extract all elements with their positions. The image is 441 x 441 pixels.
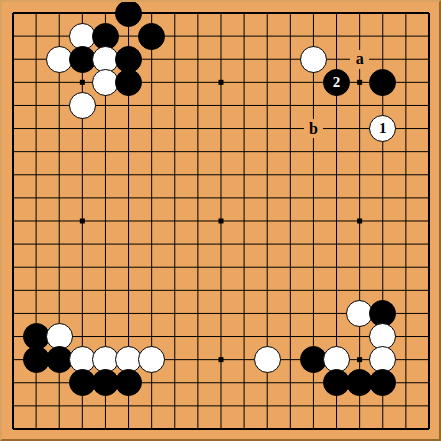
stone-white-R14: 1 (369, 115, 396, 142)
stone-white-D15 (69, 92, 96, 119)
point-label-b: b (304, 119, 323, 138)
stone-black-F3 (115, 369, 142, 396)
point-label-a: a (350, 50, 369, 69)
stone-black-F16 (115, 69, 142, 96)
stone-black-R16 (369, 69, 396, 96)
stone-black-R3 (369, 369, 396, 396)
stone-white-M4 (254, 346, 281, 373)
go-board: ab21 (0, 0, 441, 441)
stone-white-O17 (300, 46, 327, 73)
stone-black-G18 (138, 23, 165, 50)
stone-black-F19 (115, 0, 142, 27)
stone-white-G4 (138, 346, 165, 373)
stone-black-P16: 2 (323, 69, 350, 96)
stones-layer: ab21 (1, 1, 440, 440)
